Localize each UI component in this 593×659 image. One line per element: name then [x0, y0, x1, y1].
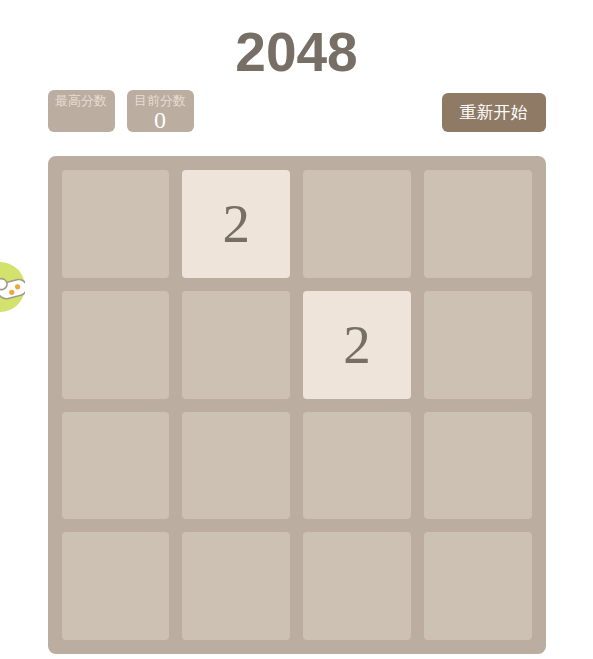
- empty-cell: [303, 532, 411, 640]
- page-title: 2048: [48, 25, 546, 80]
- empty-cell: [182, 532, 290, 640]
- empty-cell: [424, 291, 532, 399]
- empty-cell: [62, 170, 170, 278]
- empty-cell: [62, 412, 170, 520]
- current-score-box: 目前分数 0: [127, 90, 194, 132]
- empty-cell: [303, 412, 411, 520]
- best-score-box: 最高分数: [48, 90, 115, 132]
- tile-2: 2: [182, 170, 290, 278]
- empty-cell: [303, 170, 411, 278]
- best-score-label: 最高分数: [48, 93, 115, 109]
- empty-cell: [424, 170, 532, 278]
- empty-cell: [424, 532, 532, 640]
- gamepad-icon: [0, 262, 25, 312]
- game-widget-button[interactable]: [0, 262, 25, 312]
- restart-button[interactable]: 重新开始: [442, 93, 546, 132]
- empty-cell: [62, 532, 170, 640]
- empty-cell: [182, 291, 290, 399]
- game-board[interactable]: 22: [48, 156, 546, 654]
- game-container: 2048 最高分数 目前分数 0 重新开始 22: [48, 25, 546, 654]
- current-score-value: 0: [127, 109, 194, 131]
- empty-cell: [182, 412, 290, 520]
- controls-row: 最高分数 目前分数 0 重新开始: [48, 90, 546, 132]
- empty-cell: [62, 291, 170, 399]
- tile-2: 2: [303, 291, 411, 399]
- empty-cell: [424, 412, 532, 520]
